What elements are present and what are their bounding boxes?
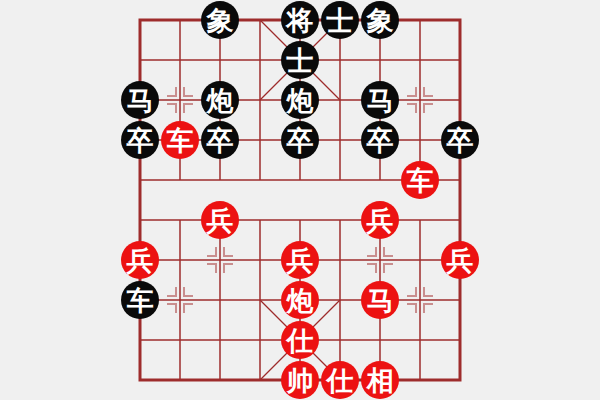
board-point-3-2[interactable] [240,80,280,120]
board-point-8-8[interactable] [440,320,480,360]
board-point-5-2[interactable] [320,80,360,120]
board-point-7-5[interactable] [400,200,440,240]
board-point-8-4[interactable] [440,160,480,200]
board-point-6-8[interactable] [360,320,400,360]
board-point-5-5[interactable] [320,200,360,240]
piece-red-advisor[interactable]: 仕 [281,321,319,359]
piece-black-soldier[interactable]: 卒 [121,121,159,159]
board-point-1-3[interactable]: 车 [160,120,200,160]
board-point-6-3[interactable]: 卒 [360,120,400,160]
xiangqi-app: 象将士象士马炮炮马卒车卒卒卒卒车兵兵兵兵兵车炮马仕帅仕相 [0,0,600,400]
board-point-2-1[interactable] [200,40,240,80]
board-point-0-1[interactable] [120,40,160,80]
xiangqi-board: 象将士象士马炮炮马卒车卒卒卒卒车兵兵兵兵兵车炮马仕帅仕相 [120,0,480,400]
board-point-0-9[interactable] [120,360,160,400]
board-point-2-4[interactable] [200,160,240,200]
piece-black-horse[interactable]: 马 [361,81,399,119]
board-point-6-6[interactable] [360,240,400,280]
board-point-3-1[interactable] [240,40,280,80]
board-point-4-1[interactable]: 士 [280,40,320,80]
board-point-2-8[interactable] [200,320,240,360]
board-point-4-0[interactable]: 将 [280,0,320,40]
board-point-8-3[interactable]: 卒 [440,120,480,160]
board-point-5-4[interactable] [320,160,360,200]
board-point-2-0[interactable]: 象 [200,0,240,40]
piece-black-chariot[interactable]: 车 [121,281,159,319]
board-point-0-3[interactable]: 卒 [120,120,160,160]
board-point-8-5[interactable] [440,200,480,240]
piece-black-advisor[interactable]: 士 [321,1,359,39]
board-point-6-4[interactable] [360,160,400,200]
board-point-3-7[interactable] [240,280,280,320]
board-point-5-0[interactable]: 士 [320,0,360,40]
piece-black-cannon[interactable]: 炮 [281,81,319,119]
board-point-4-5[interactable] [280,200,320,240]
piece-black-soldier[interactable]: 卒 [441,121,479,159]
board-point-1-8[interactable] [160,320,200,360]
board-point-4-7[interactable]: 炮 [280,280,320,320]
board-point-6-1[interactable] [360,40,400,80]
board-point-6-0[interactable]: 象 [360,0,400,40]
piece-red-chariot[interactable]: 车 [161,121,199,159]
board-point-0-7[interactable]: 车 [120,280,160,320]
board-point-7-6[interactable] [400,240,440,280]
board-point-8-6[interactable]: 兵 [440,240,480,280]
piece-black-soldier[interactable]: 卒 [201,121,239,159]
board-point-7-1[interactable] [400,40,440,80]
board-point-0-6[interactable]: 兵 [120,240,160,280]
board-point-6-9[interactable]: 相 [360,360,400,400]
board-point-5-3[interactable] [320,120,360,160]
board-point-4-3[interactable]: 卒 [280,120,320,160]
board-point-1-1[interactable] [160,40,200,80]
board-point-7-2[interactable] [400,80,440,120]
board-point-1-7[interactable] [160,280,200,320]
board-point-4-8[interactable]: 仕 [280,320,320,360]
board-point-8-2[interactable] [440,80,480,120]
board-point-5-1[interactable] [320,40,360,80]
piece-red-cannon[interactable]: 炮 [281,281,319,319]
board-point-3-3[interactable] [240,120,280,160]
board-point-2-7[interactable] [200,280,240,320]
board-point-7-3[interactable] [400,120,440,160]
piece-black-advisor[interactable]: 士 [281,41,319,79]
board-point-4-6[interactable]: 兵 [280,240,320,280]
board-point-1-2[interactable] [160,80,200,120]
board-point-0-2[interactable]: 马 [120,80,160,120]
board-point-5-6[interactable] [320,240,360,280]
piece-red-soldier[interactable]: 兵 [201,201,239,239]
piece-red-soldier[interactable]: 兵 [281,241,319,279]
board-point-7-9[interactable] [400,360,440,400]
board-point-4-4[interactable] [280,160,320,200]
piece-red-soldier[interactable]: 兵 [441,241,479,279]
piece-black-cannon[interactable]: 炮 [201,81,239,119]
board-point-3-0[interactable] [240,0,280,40]
board-point-8-7[interactable] [440,280,480,320]
board-point-8-1[interactable] [440,40,480,80]
piece-red-soldier[interactable]: 兵 [121,241,159,279]
board-point-8-0[interactable] [440,0,480,40]
piece-red-chariot[interactable]: 车 [401,161,439,199]
piece-black-soldier[interactable]: 卒 [281,121,319,159]
piece-black-general[interactable]: 将 [281,1,319,39]
piece-black-horse[interactable]: 马 [121,81,159,119]
board-point-6-7[interactable]: 马 [360,280,400,320]
board-point-1-0[interactable] [160,0,200,40]
board-point-5-9[interactable]: 仕 [320,360,360,400]
board-point-3-5[interactable] [240,200,280,240]
board-point-1-4[interactable] [160,160,200,200]
board-point-2-6[interactable] [200,240,240,280]
board-point-3-6[interactable] [240,240,280,280]
board-point-8-9[interactable] [440,360,480,400]
piece-red-soldier[interactable]: 兵 [361,201,399,239]
board-point-7-4[interactable]: 车 [400,160,440,200]
board-point-3-8[interactable] [240,320,280,360]
board-point-7-0[interactable] [400,0,440,40]
board-point-1-9[interactable] [160,360,200,400]
piece-red-horse[interactable]: 马 [361,281,399,319]
board-point-2-9[interactable] [200,360,240,400]
board-point-0-8[interactable] [120,320,160,360]
board-point-3-4[interactable] [240,160,280,200]
board-point-2-5[interactable]: 兵 [200,200,240,240]
board-point-0-0[interactable] [120,0,160,40]
piece-red-general[interactable]: 帅 [281,361,319,399]
board-point-4-9[interactable]: 帅 [280,360,320,400]
piece-black-elephant[interactable]: 象 [201,1,239,39]
piece-black-soldier[interactable]: 卒 [361,121,399,159]
board-point-6-2[interactable]: 马 [360,80,400,120]
board-point-2-3[interactable]: 卒 [200,120,240,160]
board-point-2-2[interactable]: 炮 [200,80,240,120]
piece-red-elephant[interactable]: 相 [361,361,399,399]
board-point-7-8[interactable] [400,320,440,360]
board-point-0-4[interactable] [120,160,160,200]
board-point-5-8[interactable] [320,320,360,360]
board-point-7-7[interactable] [400,280,440,320]
piece-black-elephant[interactable]: 象 [361,1,399,39]
board-point-3-9[interactable] [240,360,280,400]
board-point-1-5[interactable] [160,200,200,240]
board-point-0-5[interactable] [120,200,160,240]
board-point-6-5[interactable]: 兵 [360,200,400,240]
board-point-1-6[interactable] [160,240,200,280]
board-point-4-2[interactable]: 炮 [280,80,320,120]
board-point-5-7[interactable] [320,280,360,320]
piece-red-advisor[interactable]: 仕 [321,361,359,399]
